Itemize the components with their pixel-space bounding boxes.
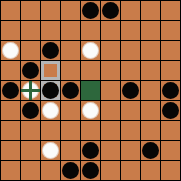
board-cell[interactable] <box>81 101 100 120</box>
black-stone <box>22 62 39 79</box>
board-cell[interactable] <box>41 141 60 160</box>
board-cell[interactable] <box>61 121 80 140</box>
board-cell[interactable] <box>121 141 140 160</box>
black-stone <box>142 142 159 159</box>
black-stone <box>162 82 179 99</box>
board-cell[interactable] <box>1 1 20 20</box>
board-cell[interactable] <box>141 161 160 180</box>
black-stone <box>122 82 139 99</box>
board-cell[interactable] <box>101 41 120 60</box>
black-stone <box>62 82 79 99</box>
board-cell[interactable] <box>161 21 180 40</box>
board-cell[interactable] <box>41 41 60 60</box>
board-cell[interactable] <box>121 81 140 100</box>
board-cell[interactable] <box>101 161 120 180</box>
board-cell[interactable] <box>161 1 180 20</box>
board-cell[interactable] <box>21 61 40 80</box>
black-stone <box>42 82 59 99</box>
highlighted-cell[interactable] <box>41 61 60 80</box>
black-stone <box>22 102 39 119</box>
white-stone <box>2 42 19 59</box>
black-stone <box>82 162 99 179</box>
board-cell[interactable] <box>141 101 160 120</box>
board-cell[interactable] <box>1 121 20 140</box>
board-cell[interactable] <box>141 81 160 100</box>
highlighted-cell[interactable] <box>41 81 60 100</box>
board-cell[interactable] <box>121 121 140 140</box>
board-cell[interactable] <box>21 121 40 140</box>
board-cell[interactable] <box>81 141 100 160</box>
board-cell[interactable] <box>101 101 120 120</box>
black-stone <box>42 42 59 59</box>
green-cross-marker <box>21 89 40 92</box>
board-cell[interactable] <box>1 81 20 100</box>
board-cell[interactable] <box>141 141 160 160</box>
board-cell[interactable] <box>121 41 140 60</box>
board-cell[interactable] <box>1 101 20 120</box>
white-stone <box>82 42 99 59</box>
board-cell[interactable] <box>61 141 80 160</box>
green-square-marker[interactable] <box>81 81 100 100</box>
board-cell[interactable] <box>121 61 140 80</box>
board-cell[interactable] <box>161 121 180 140</box>
board-cell[interactable] <box>141 21 160 40</box>
board-cell[interactable] <box>101 61 120 80</box>
board-cell[interactable] <box>81 41 100 60</box>
board-cell[interactable] <box>121 101 140 120</box>
board-cell[interactable] <box>21 161 40 180</box>
board-cell[interactable] <box>61 101 80 120</box>
black-stone <box>62 162 79 179</box>
board-cell[interactable] <box>101 81 120 100</box>
board-cell[interactable] <box>41 121 60 140</box>
board-cell[interactable] <box>161 161 180 180</box>
game-board <box>0 0 181 181</box>
board-cell[interactable] <box>161 41 180 60</box>
board-cell[interactable] <box>81 1 100 20</box>
board-cell[interactable] <box>41 21 60 40</box>
white-stone <box>42 142 59 159</box>
board-cell[interactable] <box>1 41 20 60</box>
board-cell[interactable] <box>101 1 120 20</box>
board-cell[interactable] <box>121 161 140 180</box>
board-cell[interactable] <box>41 1 60 20</box>
black-stone <box>82 142 99 159</box>
black-stone <box>2 82 19 99</box>
white-stone <box>82 102 99 119</box>
board-cell[interactable] <box>1 21 20 40</box>
board-cell[interactable] <box>41 161 60 180</box>
board-cell[interactable] <box>141 61 160 80</box>
board-cell[interactable] <box>21 141 40 160</box>
black-stone <box>82 2 99 19</box>
board-cell[interactable] <box>1 61 20 80</box>
board-cell[interactable] <box>81 121 100 140</box>
board-cell[interactable] <box>141 121 160 140</box>
board-cell[interactable] <box>141 1 160 20</box>
board-cell[interactable] <box>21 81 40 100</box>
board-cell[interactable] <box>121 1 140 20</box>
board-cell[interactable] <box>81 161 100 180</box>
board-cell[interactable] <box>21 21 40 40</box>
board-cell[interactable] <box>61 41 80 60</box>
board-cell[interactable] <box>61 81 80 100</box>
board-cell[interactable] <box>81 61 100 80</box>
board-cell[interactable] <box>101 21 120 40</box>
board-cell[interactable] <box>61 61 80 80</box>
board-cell[interactable] <box>101 121 120 140</box>
white-stone <box>42 102 59 119</box>
board-cell[interactable] <box>1 161 20 180</box>
board-cell[interactable] <box>21 41 40 60</box>
board-cell[interactable] <box>121 21 140 40</box>
board-cell[interactable] <box>41 101 60 120</box>
board-cell[interactable] <box>61 21 80 40</box>
board-cell[interactable] <box>21 101 40 120</box>
board-cell[interactable] <box>1 141 20 160</box>
black-stone <box>102 2 119 19</box>
board-cell[interactable] <box>161 141 180 160</box>
board-cell[interactable] <box>101 141 120 160</box>
board-cell[interactable] <box>21 1 40 20</box>
board-cell[interactable] <box>61 1 80 20</box>
board-cell[interactable] <box>141 41 160 60</box>
board-cell[interactable] <box>161 101 180 120</box>
board-cell[interactable] <box>161 81 180 100</box>
board-cell[interactable] <box>81 21 100 40</box>
board-cell[interactable] <box>161 61 180 80</box>
black-stone <box>162 102 179 119</box>
board-cell[interactable] <box>61 161 80 180</box>
